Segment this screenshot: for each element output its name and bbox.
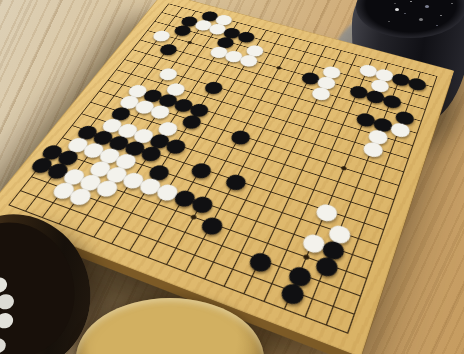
black-stone: ● xyxy=(198,213,225,235)
black-stone: ● xyxy=(171,186,197,206)
white-stone: ● xyxy=(50,179,77,199)
black-stone: ● xyxy=(313,252,340,276)
white-stone: ● xyxy=(104,163,130,182)
white-stone: ● xyxy=(113,150,138,169)
black-stone: ● xyxy=(55,147,81,165)
white-stone: ● xyxy=(77,171,103,191)
black-stones-in-bowl xyxy=(395,8,399,11)
black-stone: ● xyxy=(320,236,346,259)
white-stone: ● xyxy=(94,177,120,197)
star-point xyxy=(341,166,348,171)
white-stone: ● xyxy=(154,180,180,200)
black-stone: ● xyxy=(188,159,213,178)
black-stone: ● xyxy=(45,160,71,179)
white-stone: ● xyxy=(310,84,332,100)
go-scene: ●●●●●●●●●●●●●●●●●●●●●●●●●●●●●●●●●●●●●●●●… xyxy=(0,0,464,354)
black-stone: ● xyxy=(406,75,427,90)
white-stone: ● xyxy=(300,230,326,253)
white-stone: ● xyxy=(137,174,163,194)
black-stone: ● xyxy=(163,136,187,154)
black-stone: ● xyxy=(202,78,224,93)
black-stone: ● xyxy=(29,154,55,173)
black-stone: ● xyxy=(122,138,147,156)
star-point xyxy=(303,254,310,260)
white-stone: ● xyxy=(366,126,388,144)
star-point xyxy=(276,66,282,70)
black-stone: ● xyxy=(228,127,252,145)
black-stone: ● xyxy=(278,279,306,304)
star-point xyxy=(190,214,197,220)
white-stone: ● xyxy=(314,200,339,221)
white-stone: ● xyxy=(81,139,106,157)
black-stone: ● xyxy=(223,170,248,190)
white-stone: ● xyxy=(65,134,90,152)
black-stone: ● xyxy=(146,161,171,180)
white-stone: ● xyxy=(61,165,87,184)
star-point xyxy=(87,178,94,183)
white-stone: ● xyxy=(326,221,352,243)
white-stone: ● xyxy=(120,169,146,189)
white-stone: ● xyxy=(97,145,122,163)
star-point xyxy=(187,41,193,45)
white-stone: ● xyxy=(361,139,384,157)
white-stone: ● xyxy=(87,158,113,177)
black-stone: ● xyxy=(189,192,215,213)
white-stone: ● xyxy=(67,184,94,204)
black-stone: ● xyxy=(286,262,313,286)
black-stone: ● xyxy=(246,248,273,272)
black-stone: ● xyxy=(39,141,65,159)
black-stone: ● xyxy=(139,143,164,161)
